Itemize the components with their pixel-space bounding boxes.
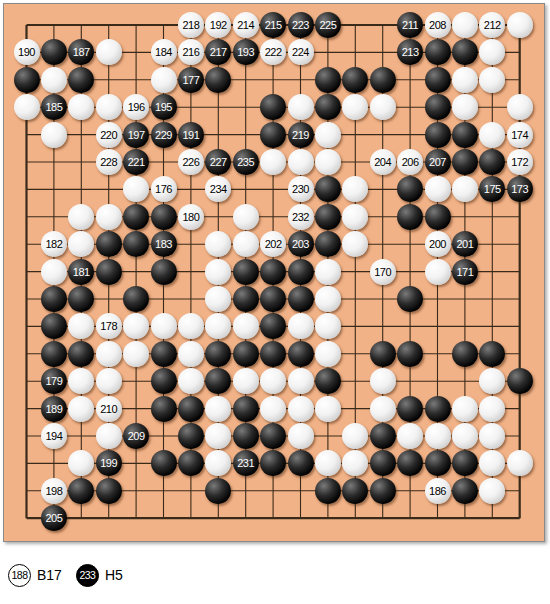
stone-black xyxy=(479,341,505,367)
stone-black xyxy=(452,122,478,148)
stone-black xyxy=(68,341,94,367)
stone-white: 198 xyxy=(41,478,67,504)
stone-white: 232 xyxy=(288,204,314,230)
stone-black xyxy=(315,94,341,120)
stone-white xyxy=(96,423,122,449)
stone-white xyxy=(288,396,314,422)
stone-black xyxy=(205,478,231,504)
stone-black xyxy=(260,122,286,148)
stone-black: 193 xyxy=(233,39,259,65)
stone-black xyxy=(151,368,177,394)
stone-white xyxy=(260,149,286,175)
stone-black xyxy=(151,396,177,422)
stone-white xyxy=(342,204,368,230)
stone-black xyxy=(425,67,451,93)
stone-black xyxy=(151,341,177,367)
stone-white xyxy=(370,368,396,394)
stone-black xyxy=(425,204,451,230)
stone-black xyxy=(151,204,177,230)
stone-black xyxy=(178,396,204,422)
stone-black xyxy=(397,286,423,312)
stone-black xyxy=(205,341,231,367)
stone-white: 226 xyxy=(178,149,204,175)
go-board[interactable]: 2181922142152232252112082121901871842162… xyxy=(3,3,545,542)
stone-white xyxy=(41,122,67,148)
stone-white xyxy=(452,423,478,449)
caption-moves-played-elsewhere: 188 B17 233 H5 xyxy=(8,558,131,592)
stone-black xyxy=(370,67,396,93)
caption-white-stone: 188 xyxy=(8,564,31,587)
stone-white xyxy=(96,341,122,367)
stone-black xyxy=(315,368,341,394)
stone-white xyxy=(41,259,67,285)
caption-black-coord: H5 xyxy=(105,567,123,583)
stone-white xyxy=(370,396,396,422)
stone-black xyxy=(370,423,396,449)
stone-white: 194 xyxy=(41,423,67,449)
stone-black: 223 xyxy=(288,12,314,38)
stone-white: 220 xyxy=(96,122,122,148)
stone-black: 221 xyxy=(123,149,149,175)
caption-black-stone: 233 xyxy=(76,564,99,587)
stone-black xyxy=(315,478,341,504)
stone-black: 181 xyxy=(68,259,94,285)
stone-white xyxy=(205,259,231,285)
stone-white: 180 xyxy=(178,204,204,230)
stone-white: 178 xyxy=(96,313,122,339)
stone-black: 185 xyxy=(41,94,67,120)
stone-white xyxy=(315,396,341,422)
stone-black: 183 xyxy=(151,231,177,257)
stone-black xyxy=(41,286,67,312)
stone-black xyxy=(260,341,286,367)
stone-black xyxy=(151,259,177,285)
stone-black xyxy=(178,423,204,449)
stone-black xyxy=(96,231,122,257)
stone-white xyxy=(233,368,259,394)
stone-white xyxy=(315,122,341,148)
stone-black xyxy=(288,259,314,285)
stone-black xyxy=(315,204,341,230)
stone-black: 207 xyxy=(425,149,451,175)
stone-white: 176 xyxy=(151,176,177,202)
stone-black xyxy=(452,149,478,175)
stone-black xyxy=(68,67,94,93)
stone-black xyxy=(397,396,423,422)
stone-white: 214 xyxy=(233,12,259,38)
stone-white xyxy=(397,423,423,449)
stone-white: 172 xyxy=(507,149,533,175)
stone-white: 224 xyxy=(288,39,314,65)
stone-black xyxy=(425,39,451,65)
stone-white xyxy=(96,204,122,230)
stone-white xyxy=(507,12,533,38)
stone-white xyxy=(233,204,259,230)
stone-black xyxy=(507,368,533,394)
stone-black xyxy=(68,478,94,504)
stone-black xyxy=(96,478,122,504)
stone-black xyxy=(233,396,259,422)
stone-white xyxy=(315,286,341,312)
stone-black xyxy=(233,259,259,285)
stone-white xyxy=(288,94,314,120)
stone-white xyxy=(315,149,341,175)
stone-black: 195 xyxy=(151,94,177,120)
stone-white xyxy=(96,94,122,120)
stone-black xyxy=(425,396,451,422)
stone-black: 179 xyxy=(41,368,67,394)
stone-white xyxy=(479,478,505,504)
stone-white xyxy=(68,396,94,422)
stone-white xyxy=(507,450,533,476)
stone-white: 182 xyxy=(41,231,67,257)
stone-white: 200 xyxy=(425,231,451,257)
stone-white xyxy=(425,259,451,285)
stone-white xyxy=(151,67,177,93)
stone-black xyxy=(315,67,341,93)
stone-black xyxy=(233,423,259,449)
stone-black: 201 xyxy=(452,231,478,257)
stone-black: 209 xyxy=(123,423,149,449)
stone-black xyxy=(452,478,478,504)
stone-black xyxy=(205,67,231,93)
stone-black: 177 xyxy=(178,67,204,93)
stone-black xyxy=(260,286,286,312)
stone-black xyxy=(123,286,149,312)
stone-black xyxy=(233,341,259,367)
stone-white xyxy=(452,396,478,422)
stone-black xyxy=(233,286,259,312)
stone-black xyxy=(260,423,286,449)
stone-white xyxy=(123,341,149,367)
stone-white: 228 xyxy=(96,149,122,175)
stone-white xyxy=(14,94,40,120)
stone-black xyxy=(41,341,67,367)
stone-black xyxy=(425,122,451,148)
stone-black xyxy=(370,478,396,504)
stone-white: 208 xyxy=(425,12,451,38)
stone-black xyxy=(342,478,368,504)
stone-white xyxy=(425,423,451,449)
stone-white xyxy=(41,67,67,93)
stone-black xyxy=(370,341,396,367)
stone-black: 231 xyxy=(233,450,259,476)
stone-white xyxy=(425,176,451,202)
stone-white xyxy=(288,423,314,449)
stone-black xyxy=(288,341,314,367)
stone-black: 191 xyxy=(178,122,204,148)
stone-white: 170 xyxy=(370,259,396,285)
stone-black: 197 xyxy=(123,122,149,148)
stone-white xyxy=(178,341,204,367)
stone-white xyxy=(96,368,122,394)
stone-black xyxy=(425,94,451,120)
stone-white xyxy=(452,94,478,120)
stone-black: 235 xyxy=(233,149,259,175)
caption-white-coord: B17 xyxy=(37,567,62,583)
stone-white xyxy=(288,368,314,394)
stone-white: 190 xyxy=(14,39,40,65)
stone-white xyxy=(479,67,505,93)
stone-white: 206 xyxy=(397,149,423,175)
stone-black xyxy=(288,286,314,312)
stone-white xyxy=(479,122,505,148)
stone-black xyxy=(370,450,396,476)
stone-white xyxy=(315,259,341,285)
stone-black: 229 xyxy=(151,122,177,148)
stone-white xyxy=(452,67,478,93)
stone-black: 203 xyxy=(288,231,314,257)
stone-black: 211 xyxy=(397,12,423,38)
stone-white xyxy=(151,313,177,339)
stone-white xyxy=(452,12,478,38)
stone-black xyxy=(397,341,423,367)
stone-white xyxy=(288,313,314,339)
stone-black xyxy=(14,67,40,93)
stone-black xyxy=(151,450,177,476)
stone-black: 225 xyxy=(315,12,341,38)
stone-black xyxy=(315,231,341,257)
stone-black xyxy=(96,259,122,285)
stone-white: 186 xyxy=(425,478,451,504)
stone-white xyxy=(370,94,396,120)
stone-black xyxy=(452,341,478,367)
stone-white xyxy=(507,94,533,120)
stone-white xyxy=(479,396,505,422)
stone-white: 230 xyxy=(288,176,314,202)
stone-white xyxy=(96,39,122,65)
stone-black: 173 xyxy=(507,176,533,202)
stone-white xyxy=(315,341,341,367)
stone-white: 184 xyxy=(151,39,177,65)
stone-black xyxy=(342,67,368,93)
stone-black: 215 xyxy=(260,12,286,38)
stone-white: 210 xyxy=(96,396,122,422)
stone-white xyxy=(233,231,259,257)
stone-black xyxy=(288,450,314,476)
stone-black xyxy=(260,259,286,285)
stone-black: 171 xyxy=(452,259,478,285)
stone-white: 174 xyxy=(507,122,533,148)
stone-white xyxy=(233,313,259,339)
stone-white xyxy=(260,396,286,422)
stone-white xyxy=(68,204,94,230)
stone-white: 204 xyxy=(370,149,396,175)
stone-black: 189 xyxy=(41,396,67,422)
stone-white xyxy=(205,396,231,422)
stone-white xyxy=(178,368,204,394)
stone-black xyxy=(123,204,149,230)
stone-black: 199 xyxy=(96,450,122,476)
stone-white: 218 xyxy=(178,12,204,38)
stone-black xyxy=(397,204,423,230)
stone-black: 219 xyxy=(288,122,314,148)
stone-black xyxy=(425,450,451,476)
stone-black: 205 xyxy=(41,505,67,531)
stone-white xyxy=(288,149,314,175)
